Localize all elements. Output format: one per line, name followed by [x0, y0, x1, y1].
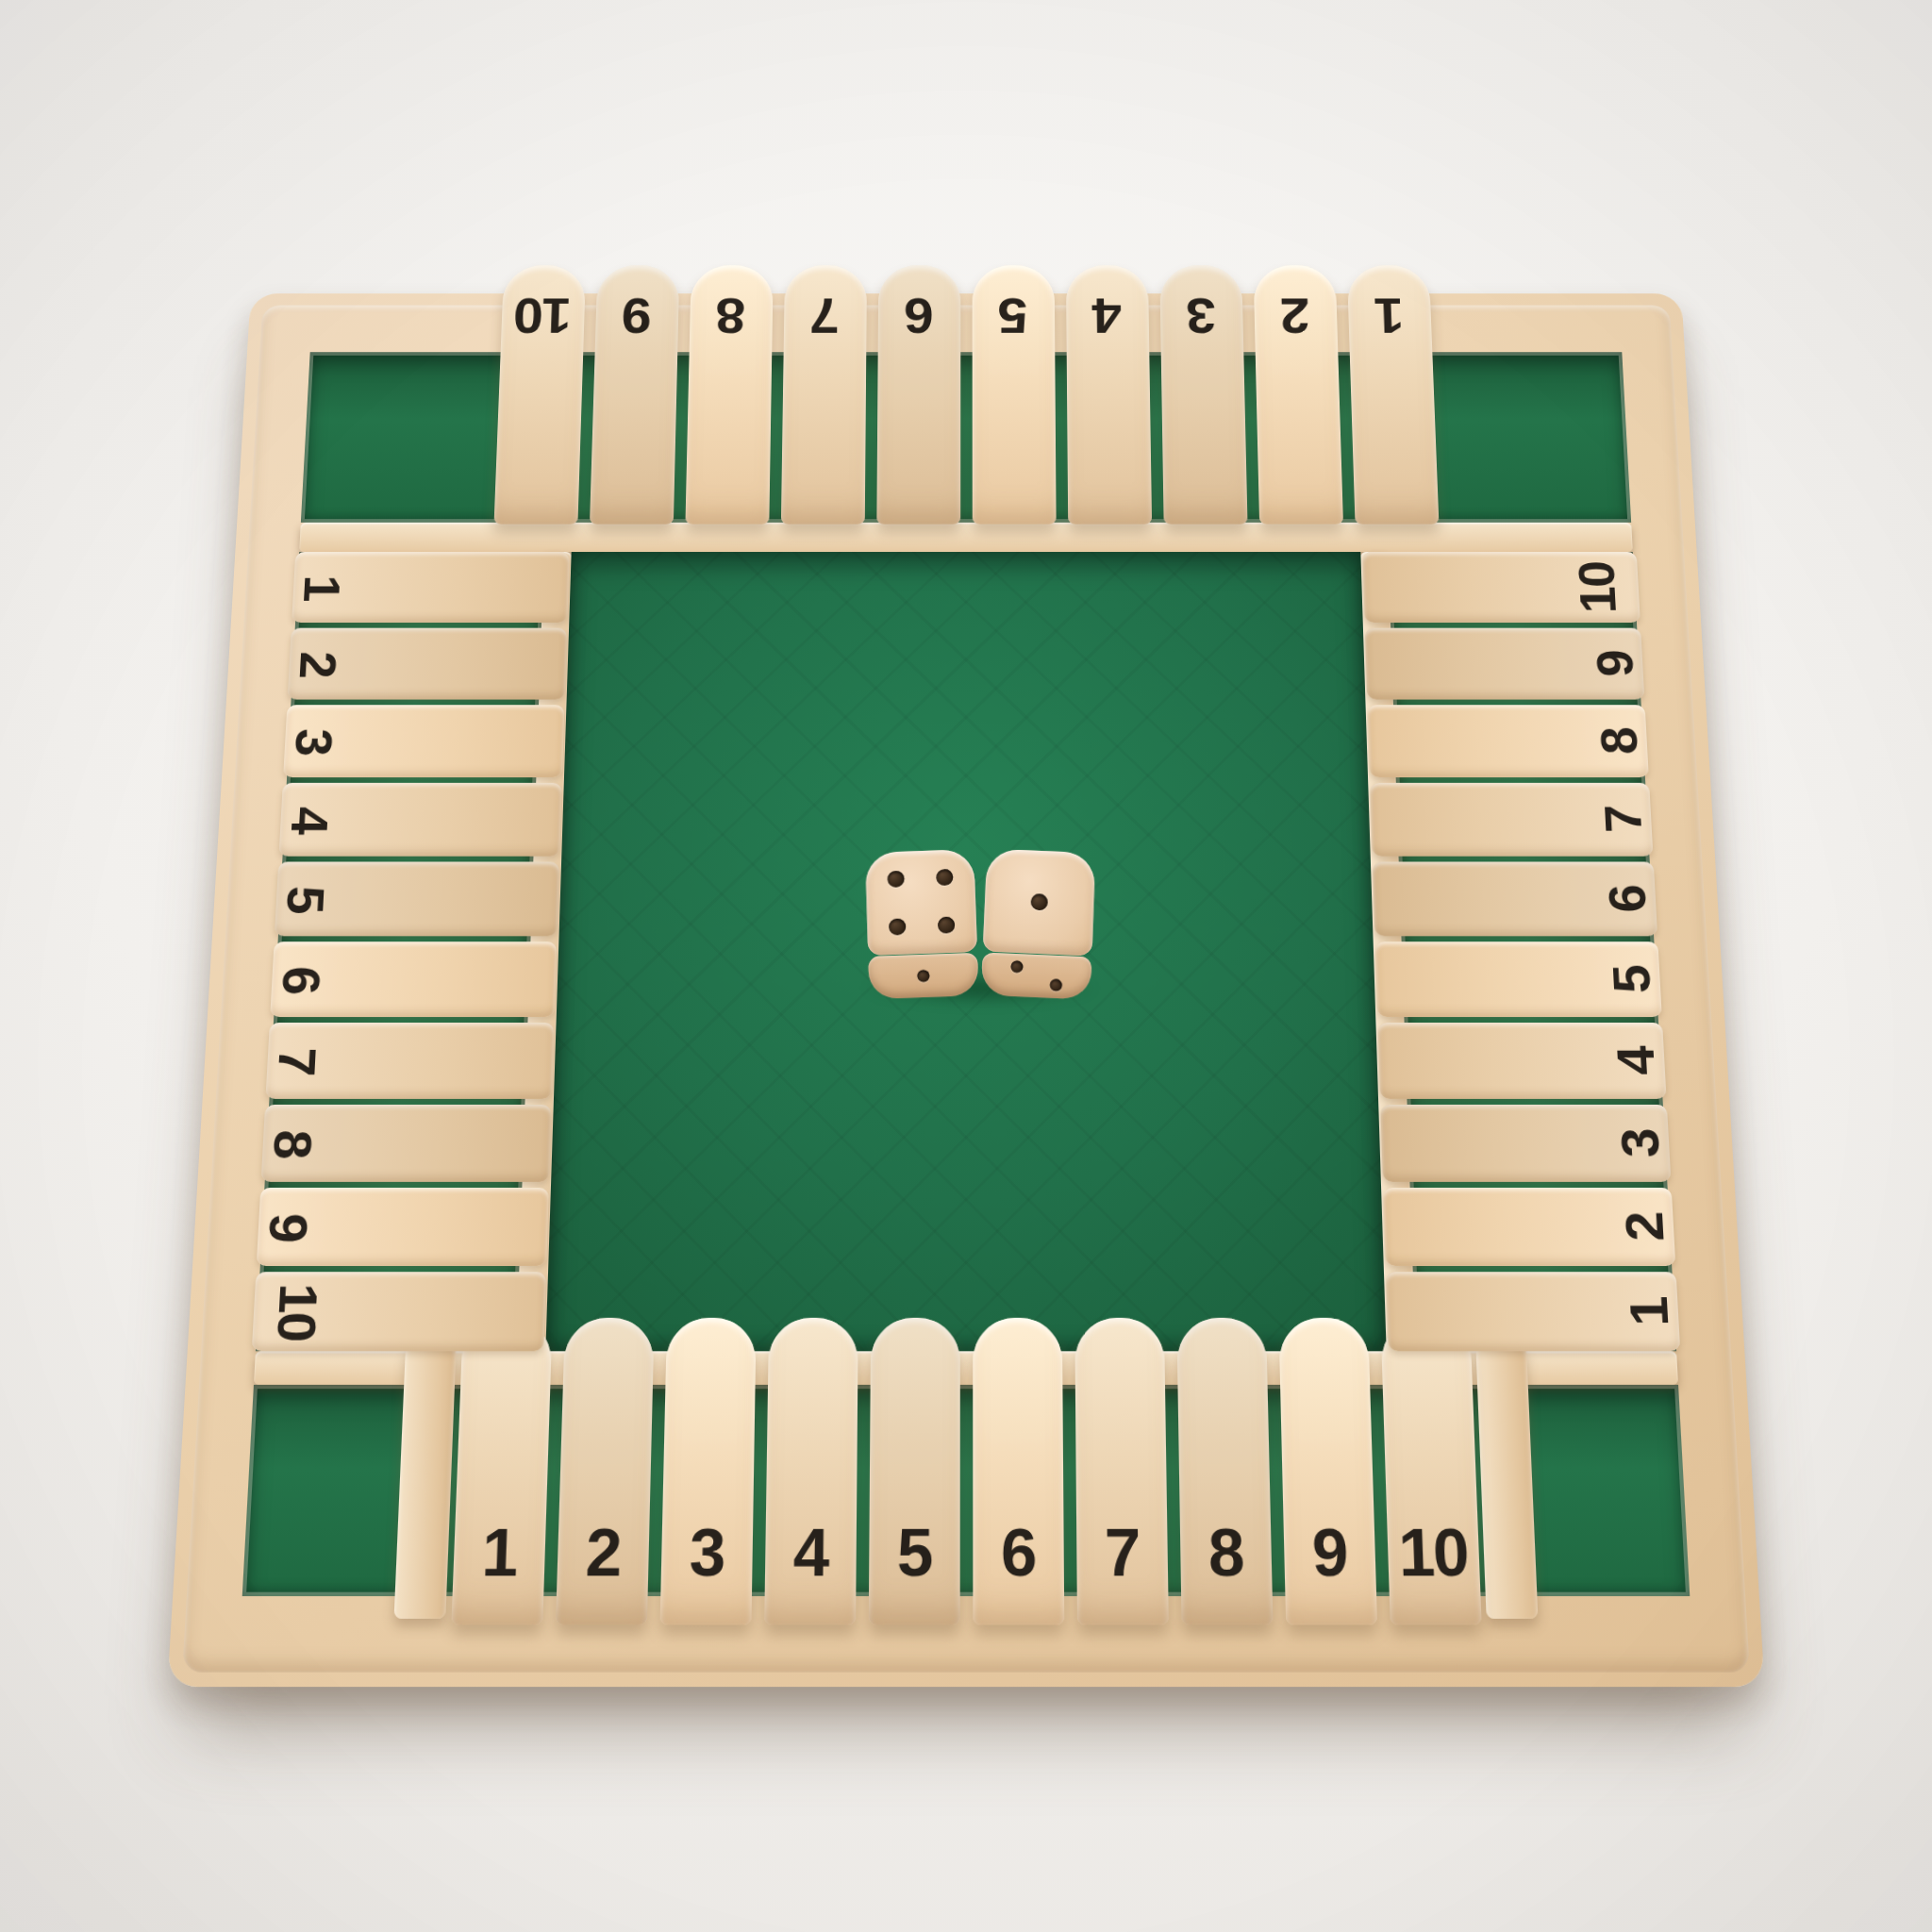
- die-top-face: [865, 849, 977, 956]
- tile-number: 8: [265, 1129, 320, 1157]
- tile-number: 5: [1604, 966, 1658, 993]
- tile-row-north: 10987654321: [301, 265, 1632, 524]
- die-pip: [917, 970, 929, 982]
- tile-north-3[interactable]: 3: [1159, 265, 1247, 524]
- tile-west-9[interactable]: 9: [257, 1188, 549, 1266]
- tile-row-east: 10987654321: [1362, 552, 1680, 1351]
- tile-number: 6: [1600, 886, 1654, 912]
- tile-east-8[interactable]: 8: [1368, 705, 1649, 777]
- tile-north-10[interactable]: 10: [493, 265, 586, 524]
- tile-north-9[interactable]: 9: [590, 265, 679, 524]
- die-front-face: [981, 952, 1092, 999]
- tile-number: 10: [269, 1283, 326, 1341]
- tile-number: 2: [1280, 291, 1309, 341]
- tile-number: 1: [1374, 291, 1405, 341]
- tile-row-west: 12345678910: [252, 552, 570, 1351]
- tile-north-2[interactable]: 2: [1253, 265, 1342, 524]
- tile-number: 8: [716, 291, 745, 341]
- tile-south-5[interactable]: 5: [868, 1318, 959, 1625]
- die-pip: [1049, 979, 1062, 991]
- tile-east-5[interactable]: 5: [1375, 941, 1662, 1017]
- tile-east-3[interactable]: 3: [1380, 1105, 1671, 1182]
- tile-south-6[interactable]: 6: [973, 1318, 1064, 1625]
- tile-number: 5: [278, 886, 332, 912]
- die-left[interactable]: [865, 849, 979, 999]
- tile-east-6[interactable]: 6: [1373, 861, 1657, 936]
- tile-number: 5: [897, 1519, 932, 1586]
- tile-south-4[interactable]: 4: [764, 1318, 858, 1625]
- tile-number: 4: [792, 1519, 827, 1586]
- tile-north-1[interactable]: 1: [1346, 265, 1439, 524]
- tile-number: 2: [585, 1519, 621, 1586]
- tile-number: 6: [905, 291, 933, 341]
- tile-north-5[interactable]: 5: [972, 265, 1056, 524]
- tile-east-10[interactable]: 10: [1362, 552, 1641, 623]
- tile-number: 1: [1621, 1297, 1676, 1325]
- tile-number: 4: [282, 807, 336, 833]
- tile-east-2[interactable]: 2: [1383, 1188, 1675, 1266]
- tile-west-2[interactable]: 2: [288, 628, 567, 700]
- tile-number: 9: [1588, 651, 1641, 676]
- tile-north-8[interactable]: 8: [685, 265, 773, 524]
- tile-east-9[interactable]: 9: [1365, 628, 1644, 700]
- tile-number: 1: [481, 1519, 518, 1586]
- tile-number: 10: [514, 291, 572, 341]
- tile-south-8[interactable]: 8: [1176, 1318, 1273, 1625]
- tile-number: 3: [1187, 291, 1216, 341]
- tile-west-3[interactable]: 3: [283, 705, 564, 777]
- die-front-face: [868, 953, 979, 999]
- tile-south-7[interactable]: 7: [1074, 1318, 1169, 1625]
- tile-number: 6: [274, 966, 328, 993]
- tile-east-4[interactable]: 4: [1377, 1023, 1666, 1099]
- tile-west-7[interactable]: 7: [265, 1023, 554, 1099]
- tile-west-4[interactable]: 4: [279, 783, 562, 857]
- die-pip: [937, 916, 955, 933]
- die-pip: [889, 918, 906, 935]
- tile-south-1[interactable]: 1: [451, 1318, 552, 1625]
- tile-number: 6: [1001, 1519, 1036, 1586]
- die-top-face: [983, 849, 1096, 957]
- tile-number: 3: [689, 1519, 724, 1586]
- board-perspective-wrap: 10987654321 12345678910 12345678910 1098…: [167, 293, 1764, 1687]
- tile-east-1[interactable]: 1: [1386, 1272, 1680, 1351]
- tile-south-9[interactable]: 9: [1278, 1318, 1377, 1625]
- tile-number: 3: [287, 728, 341, 755]
- tile-number: 7: [1596, 807, 1650, 833]
- tile-south-2[interactable]: 2: [555, 1318, 654, 1625]
- tile-number: 8: [1207, 1519, 1243, 1586]
- tile-east-7[interactable]: 7: [1370, 783, 1653, 857]
- tile-north-4[interactable]: 4: [1065, 265, 1151, 524]
- tile-west-8[interactable]: 8: [261, 1105, 552, 1182]
- tile-number: 1: [295, 575, 348, 600]
- tile-number: 7: [810, 291, 839, 341]
- tile-number: 2: [291, 651, 344, 676]
- tile-number: 4: [1092, 291, 1121, 341]
- tile-number: 9: [1311, 1519, 1347, 1586]
- tile-number: 5: [999, 291, 1027, 341]
- tile-number: 4: [1608, 1047, 1663, 1074]
- tile-number: 2: [1616, 1212, 1672, 1241]
- die-pip: [1010, 960, 1024, 973]
- tile-west-10[interactable]: 10: [252, 1272, 546, 1351]
- die-pip: [888, 871, 905, 888]
- photo-backdrop: 10987654321 12345678910 12345678910 1098…: [0, 0, 1932, 1932]
- die-pip: [1030, 893, 1048, 910]
- die-right[interactable]: [981, 849, 1096, 1000]
- tile-south-10[interactable]: 10: [1380, 1318, 1481, 1625]
- tile-number: 7: [1104, 1519, 1139, 1586]
- tile-south-3[interactable]: 3: [659, 1318, 756, 1625]
- tile-row-south: 12345678910: [241, 1318, 1691, 1625]
- die-pip: [936, 869, 953, 886]
- tile-number: 10: [1570, 562, 1624, 613]
- tile-north-7[interactable]: 7: [780, 265, 866, 524]
- tile-west-5[interactable]: 5: [275, 861, 559, 936]
- tile-number: 9: [622, 291, 651, 341]
- shut-the-box-board: 10987654321 12345678910 12345678910 1098…: [167, 293, 1764, 1687]
- tile-west-1[interactable]: 1: [291, 552, 570, 623]
- tile-number: 9: [260, 1212, 316, 1241]
- tile-number: 7: [269, 1047, 324, 1074]
- pivot-rail-north: [299, 523, 1633, 552]
- tile-number: 3: [1612, 1129, 1667, 1157]
- tile-north-6[interactable]: 6: [876, 265, 960, 524]
- dice-pair: [867, 851, 1094, 997]
- tile-west-6[interactable]: 6: [270, 941, 557, 1017]
- tile-number: 10: [1397, 1519, 1468, 1586]
- tile-number: 8: [1591, 728, 1645, 755]
